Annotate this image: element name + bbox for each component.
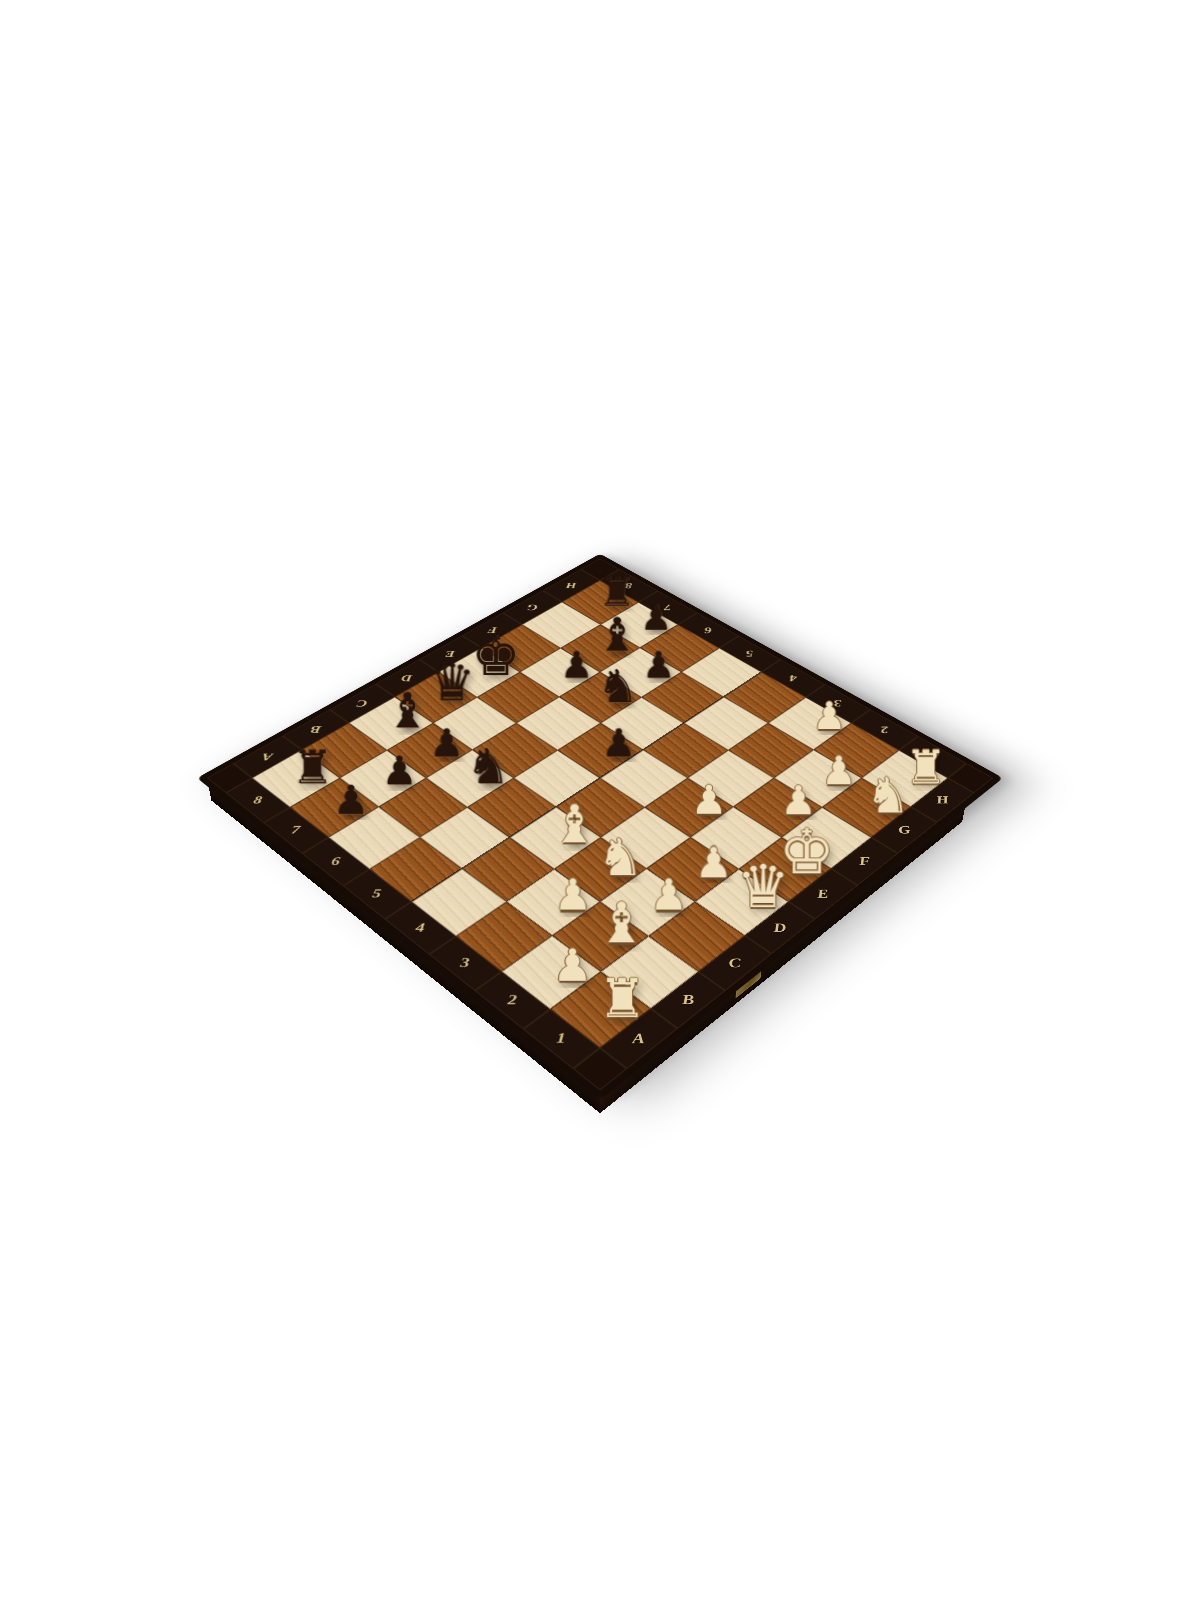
chess-board: ABCDEFGH8♜♝♛♚♜87♟♟♟♟♝♟76♞♞♟65♟54♝43♟♞♟♟3… xyxy=(197,554,1003,1100)
rank-label: 6 xyxy=(704,626,712,635)
file-label: B xyxy=(682,993,695,1007)
file-label: H xyxy=(566,581,577,589)
rank-label: 4 xyxy=(789,673,798,682)
rank-label: 1 xyxy=(927,752,937,762)
rank-label: 5 xyxy=(372,888,382,900)
file-label: F xyxy=(487,626,497,635)
rank-label: 3 xyxy=(833,699,842,708)
rank-label: 4 xyxy=(415,921,425,934)
file-label: A xyxy=(632,1031,645,1046)
file-label: F xyxy=(858,855,871,867)
rank-label: 2 xyxy=(507,993,517,1007)
file-label: H xyxy=(935,795,950,806)
file-label: E xyxy=(445,649,456,658)
rank-label: 3 xyxy=(460,956,470,969)
file-label: G xyxy=(897,824,911,835)
file-label: D xyxy=(401,673,413,682)
white-pawn-f2: ♟ xyxy=(780,780,816,820)
file-label: B xyxy=(310,725,322,735)
file-label: D xyxy=(773,921,787,934)
rank-label: 8 xyxy=(252,795,263,806)
rank-label: 5 xyxy=(746,649,754,658)
rank-label: 7 xyxy=(664,603,672,611)
rank-label: 1 xyxy=(556,1031,566,1046)
rank-label: 6 xyxy=(330,855,340,867)
rank-label: 7 xyxy=(290,824,301,835)
product-photo-stage: ABCDEFGH8♜♝♛♚♜87♟♟♟♟♝♟76♞♞♟65♟54♝43♟♞♟♟3… xyxy=(0,0,1200,1600)
file-label: A xyxy=(261,752,274,762)
file-label: G xyxy=(527,603,538,611)
file-label: E xyxy=(817,888,830,900)
file-label: C xyxy=(729,956,742,969)
file-label: C xyxy=(356,699,368,708)
rank-label: 8 xyxy=(625,581,632,589)
rank-label: 2 xyxy=(879,725,889,735)
brass-clasp-icon xyxy=(735,967,761,999)
